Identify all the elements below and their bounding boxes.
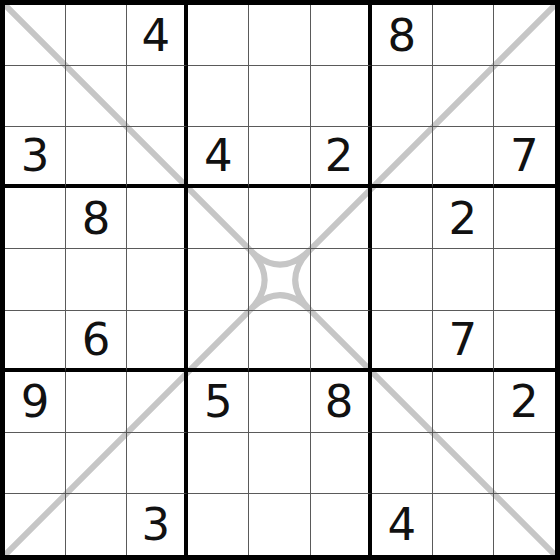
cell-r4c6[interactable] xyxy=(311,188,372,249)
cell-r2c8[interactable] xyxy=(433,66,494,127)
cell-r1c6[interactable] xyxy=(311,5,372,66)
cell-r7c9[interactable]: 2 xyxy=(494,372,555,433)
cell-r9c5[interactable] xyxy=(249,494,310,555)
cell-r9c7[interactable]: 4 xyxy=(372,494,433,555)
cell-r6c3[interactable] xyxy=(127,311,188,372)
cell-r7c4[interactable]: 5 xyxy=(188,372,249,433)
cell-r1c2[interactable] xyxy=(66,5,127,66)
cell-r4c1[interactable] xyxy=(5,188,66,249)
cell-r5c1[interactable] xyxy=(5,249,66,310)
cell-r8c5[interactable] xyxy=(249,433,310,494)
sudoku-board: 4834278267958234 xyxy=(0,0,560,560)
cell-r3c4[interactable]: 4 xyxy=(188,127,249,188)
cell-r3c7[interactable] xyxy=(372,127,433,188)
cell-r3c9[interactable]: 7 xyxy=(494,127,555,188)
cell-r4c7[interactable] xyxy=(372,188,433,249)
cell-r1c3[interactable]: 4 xyxy=(127,5,188,66)
cell-r8c9[interactable] xyxy=(494,433,555,494)
cell-r3c6[interactable]: 2 xyxy=(311,127,372,188)
cell-r7c1[interactable]: 9 xyxy=(5,372,66,433)
cell-r4c9[interactable] xyxy=(494,188,555,249)
cell-r7c8[interactable] xyxy=(433,372,494,433)
cell-r5c7[interactable] xyxy=(372,249,433,310)
cell-r4c5[interactable] xyxy=(249,188,310,249)
cell-r9c2[interactable] xyxy=(66,494,127,555)
cell-r2c3[interactable] xyxy=(127,66,188,127)
cell-r6c5[interactable] xyxy=(249,311,310,372)
cell-r8c2[interactable] xyxy=(66,433,127,494)
cell-r8c4[interactable] xyxy=(188,433,249,494)
cell-r3c5[interactable] xyxy=(249,127,310,188)
cell-r5c9[interactable] xyxy=(494,249,555,310)
cell-r6c8[interactable]: 7 xyxy=(433,311,494,372)
cell-r3c2[interactable] xyxy=(66,127,127,188)
cell-r6c2[interactable]: 6 xyxy=(66,311,127,372)
cell-r5c3[interactable] xyxy=(127,249,188,310)
cell-r3c8[interactable] xyxy=(433,127,494,188)
cell-r7c3[interactable] xyxy=(127,372,188,433)
cell-r1c9[interactable] xyxy=(494,5,555,66)
cell-r5c6[interactable] xyxy=(311,249,372,310)
cell-r2c4[interactable] xyxy=(188,66,249,127)
cell-r7c6[interactable]: 8 xyxy=(311,372,372,433)
cell-r1c4[interactable] xyxy=(188,5,249,66)
cell-r5c2[interactable] xyxy=(66,249,127,310)
cell-r2c9[interactable] xyxy=(494,66,555,127)
cell-r4c4[interactable] xyxy=(188,188,249,249)
cell-r9c9[interactable] xyxy=(494,494,555,555)
cell-r5c8[interactable] xyxy=(433,249,494,310)
cell-r3c1[interactable]: 3 xyxy=(5,127,66,188)
cell-r5c5[interactable] xyxy=(249,249,310,310)
cell-r9c3[interactable]: 3 xyxy=(127,494,188,555)
cell-r1c7[interactable]: 8 xyxy=(372,5,433,66)
cell-r8c3[interactable] xyxy=(127,433,188,494)
cell-r1c5[interactable] xyxy=(249,5,310,66)
cell-r2c2[interactable] xyxy=(66,66,127,127)
cell-r1c8[interactable] xyxy=(433,5,494,66)
cell-r9c4[interactable] xyxy=(188,494,249,555)
cell-r6c4[interactable] xyxy=(188,311,249,372)
cell-r7c2[interactable] xyxy=(66,372,127,433)
cell-r5c4[interactable] xyxy=(188,249,249,310)
cell-r2c6[interactable] xyxy=(311,66,372,127)
cell-r3c3[interactable] xyxy=(127,127,188,188)
cell-r8c8[interactable] xyxy=(433,433,494,494)
cell-r7c5[interactable] xyxy=(249,372,310,433)
cell-r4c2[interactable]: 8 xyxy=(66,188,127,249)
cell-r8c7[interactable] xyxy=(372,433,433,494)
cell-r8c1[interactable] xyxy=(5,433,66,494)
cell-r8c6[interactable] xyxy=(311,433,372,494)
cell-r7c7[interactable] xyxy=(372,372,433,433)
cell-r6c9[interactable] xyxy=(494,311,555,372)
cell-r2c5[interactable] xyxy=(249,66,310,127)
cell-r2c7[interactable] xyxy=(372,66,433,127)
sudoku-grid: 4834278267958234 xyxy=(5,5,555,555)
cell-r9c6[interactable] xyxy=(311,494,372,555)
cell-r6c6[interactable] xyxy=(311,311,372,372)
cell-r2c1[interactable] xyxy=(5,66,66,127)
cell-r6c1[interactable] xyxy=(5,311,66,372)
cell-r1c1[interactable] xyxy=(5,5,66,66)
cell-r9c8[interactable] xyxy=(433,494,494,555)
cell-r4c8[interactable]: 2 xyxy=(433,188,494,249)
cell-r9c1[interactable] xyxy=(5,494,66,555)
cell-r6c7[interactable] xyxy=(372,311,433,372)
cell-r4c3[interactable] xyxy=(127,188,188,249)
